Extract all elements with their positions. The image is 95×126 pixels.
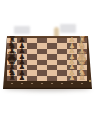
blurred-hinge-right [60,24,76,33]
square-r7c7 [77,76,87,81]
coordinate-notch [41,83,43,85]
coordinate-notch [81,83,83,85]
blurred-hinge-left [14,26,30,34]
square-r7c3 [37,76,47,81]
coordinate-notch [21,83,23,85]
product-photo: ♜♟♟♜♞♟♟♞♝♟♟♝♛♟♟♛♚♟♟♚♝♟♟♝♞♟♟♞♜♟♟♜ [0,0,95,126]
chess-board-frame [3,36,92,89]
square-r7c6 [67,76,77,81]
coordinate-notch [11,83,13,85]
square-r7c5 [57,76,67,81]
coordinate-notch [71,83,73,85]
square-r7c1 [17,76,27,81]
chess-board [7,38,87,81]
square-r7c2 [27,76,37,81]
frame-coordinate-notches [7,83,87,85]
brass-latch [89,80,91,82]
coordinate-notch [61,83,63,85]
coordinate-notch [51,83,53,85]
square-r7c4 [47,76,57,81]
square-r7c0 [7,76,17,81]
coordinate-notch [31,83,33,85]
